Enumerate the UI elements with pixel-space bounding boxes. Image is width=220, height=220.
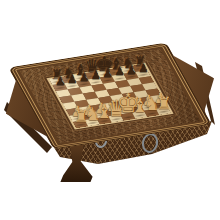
chess-set-photo: ♜♞♝♛♚♝♞♜♟♟♟♟♟♟♟♟♟♟♟♟♟♟♟♟♜♞♝♛♚♝♞♜ [0, 0, 220, 220]
black-pawn-glyph: ♟ [138, 63, 149, 75]
black-pawn-glyph: ♟ [79, 72, 90, 84]
black-pawn-glyph: ♟ [90, 70, 101, 82]
chess-board: ♜♞♝♛♚♝♞♜♟♟♟♟♟♟♟♟♟♟♟♟♟♟♟♟♜♞♝♛♚♝♞♜ [49, 64, 171, 128]
black-pawn-glyph: ♟ [102, 68, 113, 80]
carved-wing-right [172, 51, 220, 113]
black-pawn-glyph: ♟ [126, 65, 137, 77]
black-pawn-glyph: ♟ [55, 76, 66, 88]
front-leg [59, 145, 94, 182]
black-pawn-glyph: ♟ [114, 66, 125, 78]
carved-top-surface: ♜♞♝♛♚♝♞♜♟♟♟♟♟♟♟♟♟♟♟♟♟♟♟♟♜♞♝♛♚♝♞♜ [8, 43, 211, 150]
white-rook-glyph: ♜ [156, 95, 171, 112]
carved-wing-left [0, 80, 48, 142]
black-pawn-glyph: ♟ [67, 74, 78, 86]
